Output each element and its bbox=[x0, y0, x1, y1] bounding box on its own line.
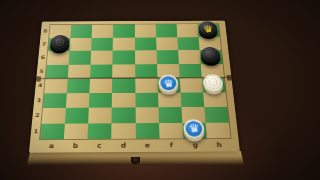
square-a5[interactable] bbox=[46, 64, 69, 78]
square-g6[interactable] bbox=[178, 50, 201, 64]
white-king-crown-icon: ♛ bbox=[162, 78, 175, 89]
square-d1[interactable] bbox=[112, 123, 136, 139]
square-h2[interactable] bbox=[204, 107, 229, 123]
square-d5[interactable] bbox=[113, 64, 135, 78]
square-f7[interactable] bbox=[156, 37, 178, 50]
square-d4[interactable] bbox=[112, 78, 135, 93]
square-f2[interactable] bbox=[158, 107, 182, 123]
file-label-h: h bbox=[207, 138, 232, 151]
square-e1[interactable] bbox=[135, 123, 159, 139]
square-g5[interactable] bbox=[179, 64, 202, 78]
square-b7[interactable] bbox=[70, 37, 92, 50]
rank-label-6: 6 bbox=[38, 51, 48, 65]
hinge-icon bbox=[227, 75, 232, 80]
black-king-crown-icon: ♛ bbox=[202, 24, 214, 34]
file-label-b: b bbox=[63, 139, 88, 152]
square-c3[interactable] bbox=[89, 93, 112, 108]
square-c8[interactable] bbox=[92, 25, 114, 38]
pieces-layer: ♛♛♛ bbox=[42, 21, 225, 22]
square-a6[interactable] bbox=[47, 51, 70, 65]
square-f1[interactable] bbox=[159, 122, 183, 138]
square-h1[interactable] bbox=[205, 122, 230, 138]
square-f6[interactable] bbox=[156, 50, 178, 64]
square-g4[interactable] bbox=[179, 78, 202, 93]
square-b5[interactable] bbox=[68, 64, 91, 78]
rank-label-8: 8 bbox=[40, 25, 50, 38]
square-b8[interactable] bbox=[71, 25, 93, 38]
square-g3[interactable] bbox=[180, 92, 204, 107]
square-b4[interactable] bbox=[67, 78, 90, 93]
square-d7[interactable] bbox=[113, 37, 135, 50]
square-h3[interactable] bbox=[203, 92, 227, 107]
file-labels: abcdefgh bbox=[39, 138, 232, 152]
square-c2[interactable] bbox=[88, 108, 112, 124]
file-label-a: a bbox=[39, 139, 64, 152]
square-a2[interactable] bbox=[42, 108, 66, 124]
rank-label-7: 7 bbox=[39, 38, 49, 51]
square-d8[interactable] bbox=[113, 24, 134, 37]
file-label-g: g bbox=[183, 138, 208, 151]
square-f8[interactable] bbox=[155, 24, 177, 37]
square-a1[interactable] bbox=[40, 123, 65, 139]
square-g8[interactable] bbox=[176, 24, 198, 37]
square-f3[interactable] bbox=[158, 92, 182, 107]
square-c7[interactable] bbox=[91, 37, 113, 50]
square-e5[interactable] bbox=[135, 64, 157, 78]
square-b3[interactable] bbox=[66, 93, 90, 108]
rank-label-3: 3 bbox=[33, 93, 44, 108]
square-e4[interactable] bbox=[135, 78, 158, 93]
file-label-c: c bbox=[87, 139, 111, 152]
clasp bbox=[131, 157, 140, 164]
square-d3[interactable] bbox=[112, 92, 135, 107]
square-a3[interactable] bbox=[43, 93, 67, 108]
square-e6[interactable] bbox=[135, 50, 157, 64]
square-e2[interactable] bbox=[135, 107, 159, 123]
square-c1[interactable] bbox=[88, 123, 112, 139]
square-c6[interactable] bbox=[91, 51, 113, 65]
file-label-d: d bbox=[111, 139, 135, 152]
rank-label-1: 1 bbox=[30, 123, 41, 139]
square-e3[interactable] bbox=[135, 92, 158, 107]
square-e7[interactable] bbox=[134, 37, 156, 50]
square-c5[interactable] bbox=[90, 64, 113, 78]
square-b2[interactable] bbox=[65, 108, 89, 124]
square-d2[interactable] bbox=[112, 107, 135, 123]
square-d6[interactable] bbox=[113, 50, 135, 64]
checkers-board: 87654321 abcdefgh ♛♛♛ bbox=[29, 21, 240, 153]
file-label-f: f bbox=[159, 138, 184, 151]
hinge-icon bbox=[36, 76, 41, 81]
rank-label-2: 2 bbox=[32, 108, 43, 123]
square-c4[interactable] bbox=[90, 78, 113, 93]
square-e8[interactable] bbox=[134, 24, 155, 37]
square-g7[interactable] bbox=[177, 37, 199, 50]
table-background: 87654321 abcdefgh ♛♛♛ bbox=[0, 0, 320, 180]
file-label-e: e bbox=[135, 139, 159, 152]
square-b1[interactable] bbox=[64, 123, 88, 139]
square-a4[interactable] bbox=[44, 78, 68, 93]
white-king-crown-icon: ♛ bbox=[187, 122, 201, 134]
square-b6[interactable] bbox=[69, 51, 92, 65]
